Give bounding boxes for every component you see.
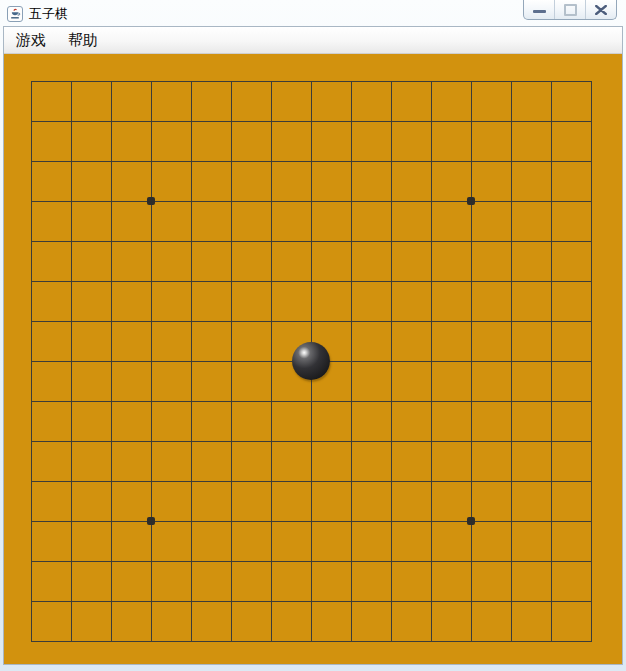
board-cell[interactable] [32,562,72,602]
board-cell[interactable] [272,242,312,282]
board-cell[interactable] [472,522,512,562]
board-cell[interactable] [272,322,312,362]
board-cell[interactable] [152,482,192,522]
board-cell[interactable] [432,522,472,562]
java-coffee-cup-icon [7,6,23,22]
board-cell[interactable] [312,562,352,602]
board-cell[interactable] [392,482,432,522]
board-cell[interactable] [312,362,352,402]
board-cell[interactable] [72,162,112,202]
board-cell[interactable] [552,162,592,202]
board-cell[interactable] [232,282,272,322]
board-cell[interactable] [512,402,552,442]
board-cell[interactable] [472,282,512,322]
board-cell[interactable] [272,82,312,122]
board-cell[interactable] [312,402,352,442]
board-cell[interactable] [192,322,232,362]
board-cell[interactable] [32,442,72,482]
board-cell[interactable] [512,522,552,562]
board-cell[interactable] [32,522,72,562]
board-cell[interactable] [472,362,512,402]
board-cell[interactable] [232,242,272,282]
board-panel[interactable] [4,54,622,664]
board-cell[interactable] [232,442,272,482]
board-cell[interactable] [472,122,512,162]
board-cell[interactable] [72,322,112,362]
board-cell[interactable] [512,362,552,402]
board-cell[interactable] [472,162,512,202]
maximize-button[interactable] [554,0,585,19]
board-cell[interactable] [312,82,352,122]
menu-item-help[interactable]: 帮助 [57,27,109,53]
board-cell[interactable] [312,282,352,322]
board-cell[interactable] [472,242,512,282]
menu-bar: 游戏 帮助 [4,27,622,54]
board-cell[interactable] [72,82,112,122]
board-cell[interactable] [32,202,72,242]
board-cell[interactable] [432,282,472,322]
board-cell[interactable] [72,562,112,602]
board-cell[interactable] [392,402,432,442]
board-cell[interactable] [392,282,432,322]
board-cell[interactable] [112,362,152,402]
board-cell[interactable] [192,562,232,602]
board-cell[interactable] [512,442,552,482]
board-cell[interactable] [72,362,112,402]
board-cell[interactable] [392,202,432,242]
board-cell[interactable] [32,362,72,402]
board-cell[interactable] [192,82,232,122]
board-cell[interactable] [32,162,72,202]
board-cell[interactable] [112,562,152,602]
board-cell[interactable] [352,402,392,442]
board-cell[interactable] [152,562,192,602]
board-cell[interactable] [312,162,352,202]
board-cell[interactable] [432,162,472,202]
board-cell[interactable] [152,322,192,362]
board-cell[interactable] [432,122,472,162]
board-cell[interactable] [432,442,472,482]
board-cell[interactable] [272,482,312,522]
board-cell[interactable] [512,562,552,602]
board-cell[interactable] [32,602,72,642]
board-cell[interactable] [112,162,152,202]
board-cell[interactable] [232,482,272,522]
board-cell[interactable] [72,242,112,282]
board-cell[interactable] [312,202,352,242]
board-cell[interactable] [192,602,232,642]
board-cell[interactable] [392,322,432,362]
board-cell[interactable] [352,82,392,122]
board-cell[interactable] [392,82,432,122]
board-cell[interactable] [72,122,112,162]
board-cell[interactable] [352,602,392,642]
board-cell[interactable] [112,122,152,162]
board-cell[interactable] [552,402,592,442]
board-cell[interactable] [512,482,552,522]
board-cell[interactable] [312,522,352,562]
board-cell[interactable] [552,242,592,282]
board-cell[interactable] [472,602,512,642]
board-cell[interactable] [392,362,432,402]
board-cell[interactable] [392,122,432,162]
board-cell[interactable] [552,82,592,122]
board-cell[interactable] [312,482,352,522]
board-cell[interactable] [112,442,152,482]
board-cell[interactable] [192,442,232,482]
board-cell[interactable] [152,402,192,442]
board-cell[interactable] [32,122,72,162]
board-cell[interactable] [432,322,472,362]
board-cell[interactable] [72,602,112,642]
board-cell[interactable] [112,482,152,522]
board-cell[interactable] [72,402,112,442]
board-cell[interactable] [112,522,152,562]
board-cell[interactable] [392,162,432,202]
board-cell[interactable] [432,242,472,282]
board-cell[interactable] [472,82,512,122]
board-cell[interactable] [352,322,392,362]
board-cell[interactable] [32,282,72,322]
board-cell[interactable] [552,122,592,162]
close-icon [595,5,607,15]
board-cell[interactable] [32,82,72,122]
board-cell[interactable] [352,282,392,322]
board-cell[interactable] [432,562,472,602]
board-cell[interactable] [192,522,232,562]
board-cell[interactable] [552,482,592,522]
board-cell[interactable] [232,562,272,602]
board-cell[interactable] [312,242,352,282]
minimize-button[interactable] [524,0,554,19]
board-cell[interactable] [152,82,192,122]
board-cell[interactable] [352,202,392,242]
board-cell[interactable] [352,162,392,202]
board-cell[interactable] [232,122,272,162]
board-cell[interactable] [472,322,512,362]
board-cell[interactable] [552,202,592,242]
app-window: 五子棋 游戏 帮助 [0,0,626,671]
board-cell[interactable] [432,402,472,442]
client-area: 游戏 帮助 [4,27,622,664]
board-cell[interactable] [272,362,312,402]
board-cell[interactable] [272,602,312,642]
board-cell[interactable] [352,442,392,482]
board-cell[interactable] [112,402,152,442]
board-cell[interactable] [352,482,392,522]
board-cell[interactable] [352,242,392,282]
board-cell[interactable] [552,322,592,362]
board-cell[interactable] [112,602,152,642]
window-controls [523,0,617,20]
board-cell[interactable] [512,202,552,242]
board-cell[interactable] [352,362,392,402]
board-cell[interactable] [192,362,232,402]
board-cell[interactable] [552,442,592,482]
title-bar: 五子棋 [0,0,626,27]
board-cell[interactable] [512,282,552,322]
board-cell[interactable] [272,122,312,162]
board-cell[interactable] [512,242,552,282]
board-cell[interactable] [32,402,72,442]
board-cell[interactable] [432,362,472,402]
board-cell[interactable] [472,402,512,442]
board-cell[interactable] [272,442,312,482]
board-cell[interactable] [312,602,352,642]
board-cell[interactable] [232,362,272,402]
board-cell[interactable] [512,82,552,122]
board-cell[interactable] [152,362,192,402]
board-cell[interactable] [552,522,592,562]
board-cell[interactable] [392,562,432,602]
gomoku-board[interactable] [31,81,592,642]
board-cell[interactable] [72,522,112,562]
board-cell[interactable] [192,482,232,522]
board-cell[interactable] [432,82,472,122]
board-cell[interactable] [72,442,112,482]
board-cell[interactable] [392,242,432,282]
board-cell[interactable] [272,162,312,202]
board-cell[interactable] [272,202,312,242]
board-cell[interactable] [152,242,192,282]
board-cell[interactable] [192,242,232,282]
board-cell[interactable] [472,442,512,482]
board-cell[interactable] [232,322,272,362]
board-cell[interactable] [232,162,272,202]
board-cell[interactable] [152,442,192,482]
board-cell[interactable] [72,202,112,242]
board-cell[interactable] [272,562,312,602]
board-cell[interactable] [112,322,152,362]
board-cell[interactable] [472,562,512,602]
menu-item-game[interactable]: 游戏 [5,27,57,53]
minimize-icon [533,10,546,13]
board-cell[interactable] [432,602,472,642]
board-cell[interactable] [312,322,352,362]
board-cell[interactable] [152,282,192,322]
board-cell[interactable] [432,482,472,522]
board-cell[interactable] [112,82,152,122]
board-cell[interactable] [192,162,232,202]
board-cell[interactable] [72,482,112,522]
board-cell[interactable] [112,242,152,282]
board-cell[interactable] [352,562,392,602]
board-cell[interactable] [192,282,232,322]
board-cell[interactable] [552,362,592,402]
board-cell[interactable] [312,122,352,162]
board-cell[interactable] [72,282,112,322]
board-cell[interactable] [392,442,432,482]
board-cell[interactable] [512,162,552,202]
board-cell[interactable] [192,202,232,242]
board-cell[interactable] [352,122,392,162]
board-cell[interactable] [232,202,272,242]
board-cell[interactable] [32,482,72,522]
board-cell[interactable] [232,82,272,122]
board-cell[interactable] [152,602,192,642]
board-cell[interactable] [512,322,552,362]
board-cell[interactable] [32,322,72,362]
board-cell[interactable] [472,482,512,522]
board-cell[interactable] [472,202,512,242]
board-cell[interactable] [232,402,272,442]
window-title: 五子棋 [29,0,68,27]
maximize-icon [564,4,577,16]
board-cell[interactable] [112,282,152,322]
board-cell[interactable] [272,282,312,322]
board-cell[interactable] [552,562,592,602]
board-cell[interactable] [552,602,592,642]
board-cell[interactable] [112,202,152,242]
board-cell[interactable] [272,522,312,562]
board-cell[interactable] [512,602,552,642]
board-cell[interactable] [392,522,432,562]
board-cell[interactable] [552,282,592,322]
board-cell[interactable] [152,202,192,242]
board-cell[interactable] [192,402,232,442]
board-cell[interactable] [272,402,312,442]
board-cell[interactable] [152,522,192,562]
board-cell[interactable] [512,122,552,162]
board-cell[interactable] [232,602,272,642]
board-cell[interactable] [192,122,232,162]
board-cell[interactable] [152,122,192,162]
board-cell[interactable] [32,242,72,282]
board-cell[interactable] [432,202,472,242]
board-cell[interactable] [312,442,352,482]
board-cell[interactable] [152,162,192,202]
board-cell[interactable] [352,522,392,562]
close-button[interactable] [585,0,616,19]
board-cell[interactable] [232,522,272,562]
board-cell[interactable] [392,602,432,642]
